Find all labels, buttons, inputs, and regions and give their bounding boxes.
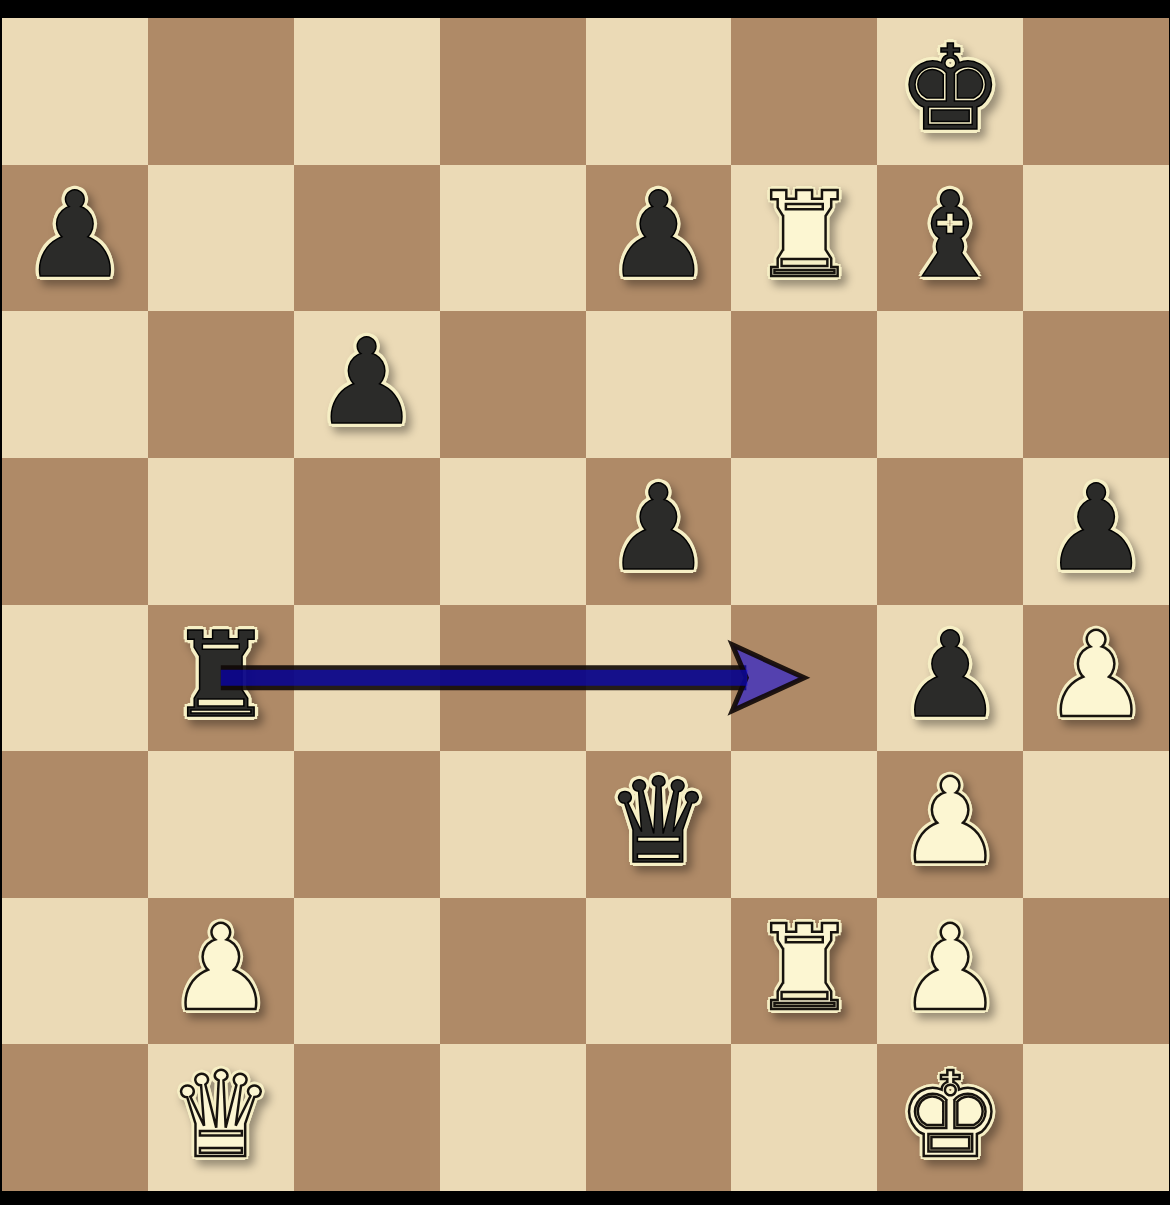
square-g6[interactable] (877, 311, 1023, 458)
black-pawn: ♟ (606, 176, 712, 294)
square-c7[interactable] (294, 165, 440, 312)
black-pawn: ♟ (606, 469, 712, 587)
square-h4[interactable]: ♟ (1023, 605, 1169, 752)
square-f1[interactable] (731, 1044, 877, 1191)
square-b6[interactable] (148, 311, 294, 458)
black-pawn: ♟ (314, 323, 420, 441)
square-e8[interactable] (586, 18, 732, 165)
square-h6[interactable] (1023, 311, 1169, 458)
square-d8[interactable] (440, 18, 586, 165)
square-a7[interactable]: ♟ (2, 165, 148, 312)
white-pawn: ♟ (1043, 616, 1149, 734)
square-e4[interactable] (586, 605, 732, 752)
black-bishop: ♝ (897, 176, 1003, 294)
white-pawn: ♟ (897, 909, 1003, 1027)
square-d6[interactable] (440, 311, 586, 458)
square-c5[interactable] (294, 458, 440, 605)
square-g1[interactable]: ♚ (877, 1044, 1023, 1191)
square-e3[interactable]: ♛ (586, 751, 732, 898)
square-c8[interactable] (294, 18, 440, 165)
white-pawn: ♟ (168, 909, 274, 1027)
square-f6[interactable] (731, 311, 877, 458)
square-c4[interactable] (294, 605, 440, 752)
square-d5[interactable] (440, 458, 586, 605)
square-c1[interactable] (294, 1044, 440, 1191)
white-rook: ♜ (751, 176, 857, 294)
square-d1[interactable] (440, 1044, 586, 1191)
square-d2[interactable] (440, 898, 586, 1045)
board-frame: ♚♟♟♜♝♟♟♟♜♟♟♛♟♟♜♟♛♚ (0, 0, 1170, 1205)
square-a5[interactable] (2, 458, 148, 605)
square-f2[interactable]: ♜ (731, 898, 877, 1045)
square-b1[interactable]: ♛ (148, 1044, 294, 1191)
square-d3[interactable] (440, 751, 586, 898)
square-b4[interactable]: ♜ (148, 605, 294, 752)
square-a2[interactable] (2, 898, 148, 1045)
square-c2[interactable] (294, 898, 440, 1045)
chess-board: ♚♟♟♜♝♟♟♟♜♟♟♛♟♟♜♟♛♚ (2, 18, 1169, 1191)
square-f4[interactable] (731, 605, 877, 752)
square-d4[interactable] (440, 605, 586, 752)
black-pawn: ♟ (897, 616, 1003, 734)
square-c6[interactable]: ♟ (294, 311, 440, 458)
square-h1[interactable] (1023, 1044, 1169, 1191)
square-f3[interactable] (731, 751, 877, 898)
square-b2[interactable]: ♟ (148, 898, 294, 1045)
white-pawn: ♟ (897, 762, 1003, 880)
black-queen: ♛ (606, 762, 712, 880)
square-b7[interactable] (148, 165, 294, 312)
square-g4[interactable]: ♟ (877, 605, 1023, 752)
square-a8[interactable] (2, 18, 148, 165)
square-h5[interactable]: ♟ (1023, 458, 1169, 605)
black-pawn: ♟ (1043, 469, 1149, 587)
square-b5[interactable] (148, 458, 294, 605)
square-h7[interactable] (1023, 165, 1169, 312)
white-king: ♚ (897, 1056, 1003, 1174)
square-f5[interactable] (731, 458, 877, 605)
square-h3[interactable] (1023, 751, 1169, 898)
square-a3[interactable] (2, 751, 148, 898)
square-f7[interactable]: ♜ (731, 165, 877, 312)
square-e1[interactable] (586, 1044, 732, 1191)
square-a6[interactable] (2, 311, 148, 458)
square-b8[interactable] (148, 18, 294, 165)
square-e5[interactable]: ♟ (586, 458, 732, 605)
square-h8[interactable] (1023, 18, 1169, 165)
white-rook: ♜ (751, 909, 857, 1027)
square-a1[interactable] (2, 1044, 148, 1191)
square-f8[interactable] (731, 18, 877, 165)
square-a4[interactable] (2, 605, 148, 752)
square-d7[interactable] (440, 165, 586, 312)
square-e6[interactable] (586, 311, 732, 458)
square-g2[interactable]: ♟ (877, 898, 1023, 1045)
white-queen: ♛ (168, 1056, 274, 1174)
square-g7[interactable]: ♝ (877, 165, 1023, 312)
square-e2[interactable] (586, 898, 732, 1045)
square-e7[interactable]: ♟ (586, 165, 732, 312)
square-g3[interactable]: ♟ (877, 751, 1023, 898)
square-b3[interactable] (148, 751, 294, 898)
square-g8[interactable]: ♚ (877, 18, 1023, 165)
black-pawn: ♟ (22, 176, 128, 294)
black-king: ♚ (897, 29, 1003, 147)
square-c3[interactable] (294, 751, 440, 898)
square-h2[interactable] (1023, 898, 1169, 1045)
square-g5[interactable] (877, 458, 1023, 605)
black-rook: ♜ (168, 616, 274, 734)
